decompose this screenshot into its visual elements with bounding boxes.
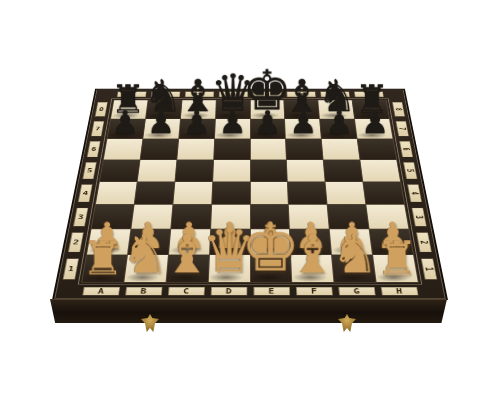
coordinate-label-text: 2 [73, 239, 80, 246]
coordinate-label-text: C [183, 288, 189, 295]
rank-label-right-4: 4 [407, 184, 422, 202]
file-label-bottom-E: E [253, 287, 290, 296]
square-c6 [177, 139, 214, 159]
square-e5 [250, 160, 287, 181]
chess-set-photo: ♜♞♝♛♚♝♞♜♟♟♟♟♟♟♟♟♟♟♟♟♟♟♟♟♜♞♝♛♚♝♞♜ AABBCCD… [0, 0, 500, 400]
rank-label-left-8: 8 [95, 102, 108, 117]
square-a5 [100, 160, 140, 181]
square-d6 [214, 139, 250, 159]
rank-label-right-7: 7 [396, 121, 410, 136]
coordinate-label-text: 8 [394, 108, 403, 111]
coordinate-label-text: 4 [409, 191, 419, 194]
rank-label-left-1: 1 [63, 258, 80, 279]
rank-label-left-4: 4 [78, 184, 93, 202]
coordinate-label-text: 1 [67, 265, 74, 272]
coordinate-label-text: 4 [82, 190, 88, 196]
square-e6 [250, 139, 286, 159]
square-b5 [138, 160, 177, 181]
coordinate-label-text: 5 [405, 169, 415, 172]
square-f7: ♟ [285, 119, 321, 138]
square-f5 [287, 160, 325, 181]
file-label-bottom-D: D [210, 287, 247, 296]
coordinate-label-text: 7 [397, 127, 407, 130]
piece-white-bishop-f1: ♝ [289, 228, 336, 281]
square-g5 [324, 160, 363, 181]
square-h4 [363, 182, 404, 205]
coordinate-label-text: B [140, 288, 147, 295]
rank-label-left-5: 5 [82, 162, 96, 179]
piece-white-knight-b1: ♞ [121, 228, 168, 281]
square-d4 [212, 182, 250, 205]
square-a7: ♟ [107, 119, 144, 138]
square-b7: ♟ [143, 119, 180, 138]
piece-black-pawn-g7: ♟ [325, 106, 353, 138]
rank-label-right-2: 2 [416, 232, 432, 252]
square-b6 [140, 139, 178, 159]
box-front-side [50, 299, 447, 323]
square-g1: ♞ [332, 255, 375, 282]
rank-label-left-7: 7 [91, 121, 105, 136]
rank-label-left-3: 3 [73, 207, 88, 226]
coordinate-label-text: 5 [87, 168, 93, 174]
coordinate-label-text: G [353, 288, 360, 295]
coordinate-label-text: 6 [401, 147, 411, 150]
square-d5 [213, 160, 250, 181]
coordinate-label-text: D [226, 288, 232, 295]
square-h7: ♟ [355, 119, 392, 138]
coordinate-label-text: 6 [91, 146, 97, 151]
file-label-bottom-A: A [82, 287, 120, 296]
square-f6 [286, 139, 323, 159]
chess-board: ♜♞♝♛♚♝♞♜♟♟♟♟♟♟♟♟♟♟♟♟♟♟♟♟♜♞♝♛♚♝♞♜ AABBCCD… [52, 89, 448, 300]
file-label-bottom-F: F [295, 287, 332, 296]
piece-white-rook-h1: ♜ [376, 234, 418, 281]
piece-white-rook-a1: ♜ [82, 234, 124, 281]
square-c5 [175, 160, 213, 181]
rank-label-right-1: 1 [421, 258, 438, 279]
square-h6 [358, 139, 397, 159]
file-label-bottom-C: C [167, 287, 204, 296]
square-h1: ♜ [373, 255, 418, 282]
square-a6 [104, 139, 143, 159]
board-squares: ♜♞♝♛♚♝♞♜♟♟♟♟♟♟♟♟♟♟♟♟♟♟♟♟♜♞♝♛♚♝♞♜ [81, 100, 419, 283]
file-label-bottom-H: H [380, 287, 418, 296]
square-b1: ♞ [124, 255, 167, 282]
coordinate-label-text: 2 [418, 240, 429, 244]
coordinate-label-text: A [97, 288, 104, 295]
coordinate-label-text: 7 [95, 126, 101, 131]
piece-black-pawn-h7: ♟ [361, 106, 389, 138]
square-e7: ♟ [250, 119, 285, 138]
coordinate-label-text: 3 [414, 215, 425, 218]
square-e1: ♚ [250, 255, 291, 282]
file-label-bottom-G: G [338, 287, 376, 296]
piece-black-pawn-c7: ♟ [182, 106, 210, 138]
square-h5 [360, 160, 400, 181]
square-f1: ♝ [291, 255, 333, 282]
coordinate-label-text: 8 [99, 107, 105, 112]
piece-black-pawn-b7: ♟ [147, 106, 175, 138]
coordinate-label-text: F [311, 288, 317, 295]
rank-label-left-6: 6 [87, 141, 101, 157]
square-b4 [135, 182, 175, 205]
rank-label-right-5: 5 [403, 162, 417, 179]
square-g4 [326, 182, 366, 205]
piece-black-pawn-d7: ♟ [218, 106, 246, 138]
coordinate-label-text: H [396, 288, 403, 295]
rank-label-right-8: 8 [392, 102, 405, 117]
piece-black-pawn-a7: ♟ [111, 106, 139, 138]
square-a1: ♜ [82, 255, 127, 282]
piece-white-knight-g1: ♞ [331, 228, 378, 281]
square-e4 [250, 182, 288, 205]
coordinate-label-text: E [268, 288, 274, 295]
square-a4 [96, 182, 137, 205]
file-label-bottom-B: B [125, 287, 163, 296]
piece-black-pawn-e7: ♟ [254, 106, 282, 138]
piece-black-pawn-f7: ♟ [289, 106, 317, 138]
square-c4 [173, 182, 212, 205]
coordinate-label-text: 3 [78, 214, 85, 220]
square-c7: ♟ [179, 119, 215, 138]
square-d7: ♟ [215, 119, 250, 138]
square-f4 [288, 182, 327, 205]
coordinate-label-text: 1 [423, 267, 434, 271]
square-g6 [322, 139, 360, 159]
rank-label-right-3: 3 [411, 207, 426, 226]
rank-label-right-6: 6 [399, 141, 413, 157]
square-g7: ♟ [320, 119, 357, 138]
